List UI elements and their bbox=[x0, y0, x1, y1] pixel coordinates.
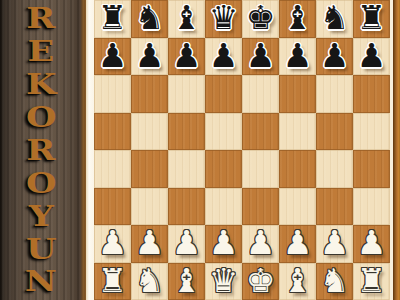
square-h6[interactable] bbox=[353, 75, 390, 113]
logo-letter-7: Y bbox=[28, 202, 53, 230]
square-e7[interactable]: ♟ bbox=[242, 38, 279, 76]
square-a6[interactable] bbox=[94, 75, 131, 113]
piece-white-pawn[interactable]: ♟ bbox=[209, 226, 239, 259]
square-b1[interactable]: ♞ bbox=[131, 263, 168, 300]
piece-white-pawn[interactable]: ♟ bbox=[98, 226, 128, 259]
square-d2[interactable]: ♟ bbox=[205, 225, 242, 263]
square-c4[interactable] bbox=[168, 150, 205, 188]
sidebar-wood-panel: REKOROYUN bbox=[0, 0, 86, 300]
square-a7[interactable]: ♟ bbox=[94, 38, 131, 76]
logo-letter-2: E bbox=[28, 37, 55, 65]
square-c3[interactable] bbox=[168, 188, 205, 226]
piece-white-pawn[interactable]: ♟ bbox=[135, 226, 165, 259]
piece-black-bishop[interactable]: ♝ bbox=[172, 1, 202, 34]
piece-white-pawn[interactable]: ♟ bbox=[172, 226, 202, 259]
square-g2[interactable]: ♟ bbox=[316, 225, 353, 263]
square-c2[interactable]: ♟ bbox=[168, 225, 205, 263]
square-g5[interactable] bbox=[316, 113, 353, 151]
square-f5[interactable] bbox=[279, 113, 316, 151]
square-h8[interactable]: ♜ bbox=[353, 0, 390, 38]
piece-black-pawn[interactable]: ♟ bbox=[320, 39, 350, 72]
piece-white-rook[interactable]: ♜ bbox=[98, 264, 128, 297]
square-b8[interactable]: ♞ bbox=[131, 0, 168, 38]
piece-white-knight[interactable]: ♞ bbox=[135, 264, 165, 297]
piece-black-pawn[interactable]: ♟ bbox=[246, 39, 276, 72]
piece-white-knight[interactable]: ♞ bbox=[320, 264, 350, 297]
piece-white-pawn[interactable]: ♟ bbox=[283, 226, 313, 259]
square-c7[interactable]: ♟ bbox=[168, 38, 205, 76]
square-a2[interactable]: ♟ bbox=[94, 225, 131, 263]
logo-letter-6: O bbox=[26, 169, 57, 197]
piece-white-pawn[interactable]: ♟ bbox=[246, 226, 276, 259]
logo-letter-1: R bbox=[26, 4, 55, 32]
square-d5[interactable] bbox=[205, 113, 242, 151]
square-h4[interactable] bbox=[353, 150, 390, 188]
square-d7[interactable]: ♟ bbox=[205, 38, 242, 76]
square-h1[interactable]: ♜ bbox=[353, 263, 390, 300]
square-b6[interactable] bbox=[131, 75, 168, 113]
square-f1[interactable]: ♝ bbox=[279, 263, 316, 300]
square-e6[interactable] bbox=[242, 75, 279, 113]
square-b4[interactable] bbox=[131, 150, 168, 188]
piece-black-knight[interactable]: ♞ bbox=[135, 1, 165, 34]
square-e2[interactable]: ♟ bbox=[242, 225, 279, 263]
chess-game-window: REKOROYUN ♜♞♝♛♚♝♞♜♟♟♟♟♟♟♟♟♟♟♟♟♟♟♟♟♜♞♝♛♚♝… bbox=[0, 0, 400, 300]
left-divider-stripe bbox=[86, 0, 94, 300]
piece-white-rook[interactable]: ♜ bbox=[357, 264, 387, 297]
piece-white-bishop[interactable]: ♝ bbox=[283, 264, 313, 297]
square-e4[interactable] bbox=[242, 150, 279, 188]
square-e8[interactable]: ♚ bbox=[242, 0, 279, 38]
piece-black-pawn[interactable]: ♟ bbox=[209, 39, 239, 72]
square-d4[interactable] bbox=[205, 150, 242, 188]
piece-black-rook[interactable]: ♜ bbox=[357, 1, 387, 34]
piece-black-pawn[interactable]: ♟ bbox=[357, 39, 387, 72]
square-d6[interactable] bbox=[205, 75, 242, 113]
piece-black-queen[interactable]: ♛ bbox=[209, 1, 239, 34]
logo-letter-5: R bbox=[26, 136, 55, 164]
piece-white-queen[interactable]: ♛ bbox=[209, 264, 239, 297]
square-g4[interactable] bbox=[316, 150, 353, 188]
square-g1[interactable]: ♞ bbox=[316, 263, 353, 300]
square-f4[interactable] bbox=[279, 150, 316, 188]
piece-black-knight[interactable]: ♞ bbox=[320, 1, 350, 34]
square-g8[interactable]: ♞ bbox=[316, 0, 353, 38]
piece-black-pawn[interactable]: ♟ bbox=[172, 39, 202, 72]
piece-white-bishop[interactable]: ♝ bbox=[172, 264, 202, 297]
logo-vertical-text: REKOROYUN bbox=[0, 0, 82, 300]
logo-letter-4: O bbox=[26, 103, 57, 131]
square-d8[interactable]: ♛ bbox=[205, 0, 242, 38]
piece-white-king[interactable]: ♚ bbox=[246, 264, 276, 297]
square-b7[interactable]: ♟ bbox=[131, 38, 168, 76]
square-g7[interactable]: ♟ bbox=[316, 38, 353, 76]
square-d3[interactable] bbox=[205, 188, 242, 226]
square-f6[interactable] bbox=[279, 75, 316, 113]
square-f2[interactable]: ♟ bbox=[279, 225, 316, 263]
piece-black-pawn[interactable]: ♟ bbox=[283, 39, 313, 72]
logo-letter-8: U bbox=[26, 235, 57, 263]
square-c8[interactable]: ♝ bbox=[168, 0, 205, 38]
square-g3[interactable] bbox=[316, 188, 353, 226]
square-a3[interactable] bbox=[94, 188, 131, 226]
square-c1[interactable]: ♝ bbox=[168, 263, 205, 300]
square-h2[interactable]: ♟ bbox=[353, 225, 390, 263]
square-e3[interactable] bbox=[242, 188, 279, 226]
square-d1[interactable]: ♛ bbox=[205, 263, 242, 300]
logo-letter-9: N bbox=[25, 267, 57, 295]
square-g6[interactable] bbox=[316, 75, 353, 113]
square-h3[interactable] bbox=[353, 188, 390, 226]
square-f8[interactable]: ♝ bbox=[279, 0, 316, 38]
piece-white-pawn[interactable]: ♟ bbox=[357, 226, 387, 259]
square-f3[interactable] bbox=[279, 188, 316, 226]
piece-black-bishop[interactable]: ♝ bbox=[283, 1, 313, 34]
piece-black-rook[interactable]: ♜ bbox=[98, 1, 128, 34]
piece-black-pawn[interactable]: ♟ bbox=[135, 39, 165, 72]
square-f7[interactable]: ♟ bbox=[279, 38, 316, 76]
chess-board[interactable]: ♜♞♝♛♚♝♞♜♟♟♟♟♟♟♟♟♟♟♟♟♟♟♟♟♜♞♝♛♚♝♞♜ bbox=[94, 0, 390, 300]
piece-black-pawn[interactable]: ♟ bbox=[98, 39, 128, 72]
square-b3[interactable] bbox=[131, 188, 168, 226]
piece-black-king[interactable]: ♚ bbox=[246, 1, 276, 34]
square-a8[interactable]: ♜ bbox=[94, 0, 131, 38]
board-frame-right-edge bbox=[393, 0, 400, 300]
logo-letter-3: K bbox=[26, 70, 57, 98]
square-h7[interactable]: ♟ bbox=[353, 38, 390, 76]
square-a4[interactable] bbox=[94, 150, 131, 188]
square-c6[interactable] bbox=[168, 75, 205, 113]
square-c5[interactable] bbox=[168, 113, 205, 151]
square-e1[interactable]: ♚ bbox=[242, 263, 279, 300]
square-b5[interactable] bbox=[131, 113, 168, 151]
square-b2[interactable]: ♟ bbox=[131, 225, 168, 263]
square-a1[interactable]: ♜ bbox=[94, 263, 131, 300]
square-h5[interactable] bbox=[353, 113, 390, 151]
piece-white-pawn[interactable]: ♟ bbox=[320, 226, 350, 259]
square-a5[interactable] bbox=[94, 113, 131, 151]
square-e5[interactable] bbox=[242, 113, 279, 151]
